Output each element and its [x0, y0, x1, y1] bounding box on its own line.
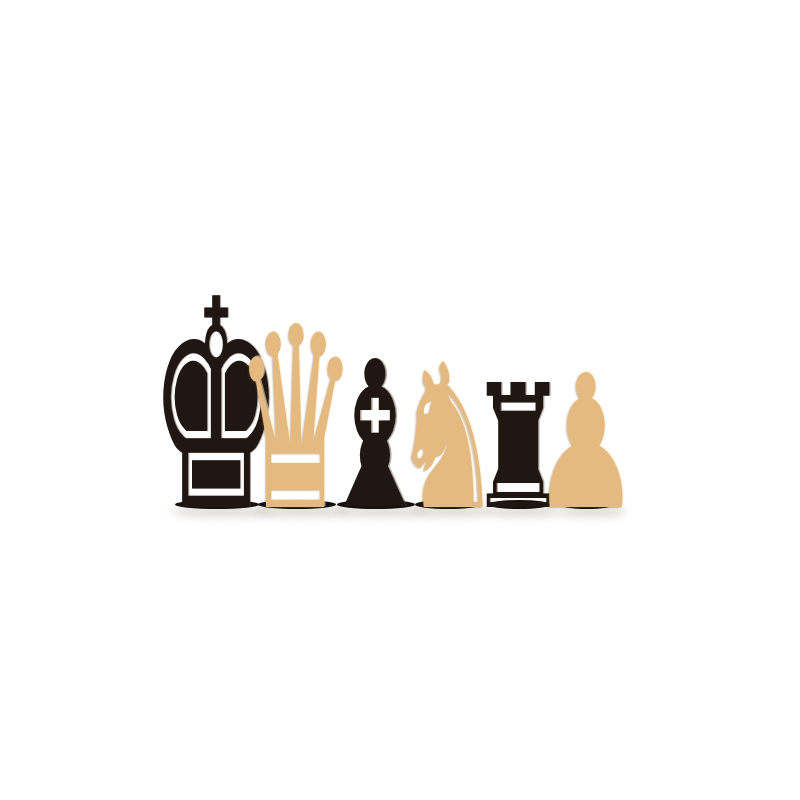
white-pawn-piece: ♟: [531, 351, 640, 536]
chess-pieces-product-photo: ♚ ♛ ♝ ♞ ♜ ♟: [0, 0, 800, 800]
